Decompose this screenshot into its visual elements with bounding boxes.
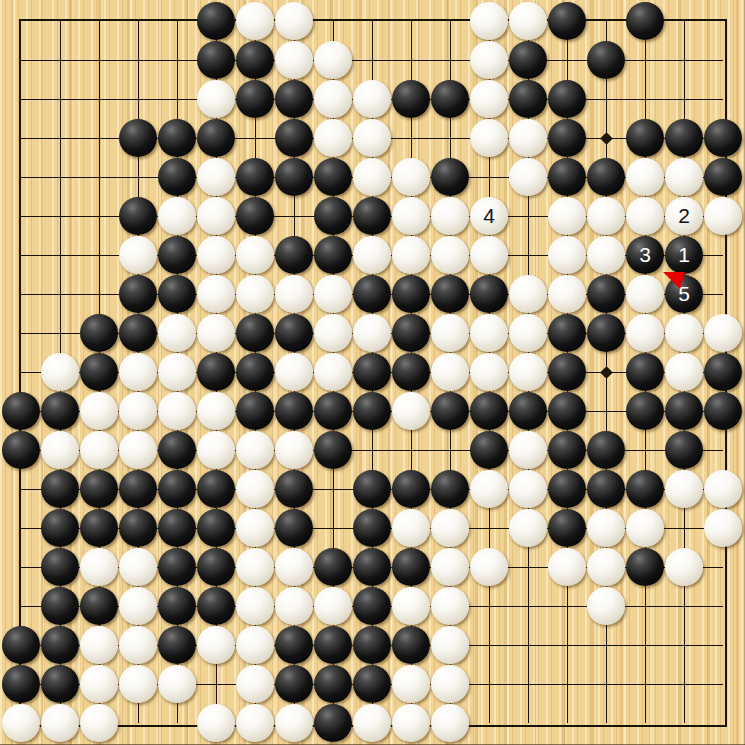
black-stone [470,431,508,469]
black-stone [626,119,664,157]
white-stone [80,392,118,430]
black-stone [431,392,469,430]
white-stone [470,2,508,40]
black-stone [197,509,235,547]
black-stone [275,470,313,508]
black-stone [548,80,586,118]
white-stone [704,509,742,547]
white-stone [119,626,157,664]
black-stone [548,470,586,508]
white-stone [236,275,274,313]
white-stone [41,704,79,742]
white-stone [275,2,313,40]
black-stone [158,470,196,508]
black-stone [314,431,352,469]
black-stone [431,275,469,313]
white-stone [275,587,313,625]
black-stone [158,119,196,157]
black-stone [236,41,274,79]
white-stone [119,431,157,469]
black-stone [548,353,586,391]
white-stone [80,626,118,664]
black-stone [80,587,118,625]
black-stone [314,626,352,664]
black-stone [41,626,79,664]
black-stone [236,314,274,352]
white-stone [392,197,430,235]
white-stone [353,80,391,118]
white-stone [665,314,703,352]
white-stone [158,665,196,703]
white-stone [41,431,79,469]
black-stone [353,509,391,547]
black-stone [158,275,196,313]
white-stone [275,275,313,313]
black-stone [119,470,157,508]
black-stone [80,314,118,352]
white-stone [548,548,586,586]
black-stone [2,665,40,703]
white-stone [548,197,586,235]
white-stone [392,236,430,274]
white-stone [704,197,742,235]
white-stone [275,41,313,79]
black-stone [353,587,391,625]
white-stone [197,704,235,742]
white-stone [119,665,157,703]
white-stone [665,548,703,586]
black-stone [197,548,235,586]
move-number-label: 5 [665,275,703,313]
white-stone [587,548,625,586]
white-stone [665,470,703,508]
black-stone [626,392,664,430]
white-stone [80,431,118,469]
move-number-label: 3 [626,236,664,274]
white-stone [119,548,157,586]
black-stone [314,197,352,235]
white-stone [509,275,547,313]
white-stone [431,704,469,742]
white-stone [431,353,469,391]
black-stone [431,80,469,118]
black-stone [353,548,391,586]
black-stone [119,314,157,352]
white-stone [314,119,352,157]
black-stone [587,470,625,508]
black-stone [353,470,391,508]
white-stone [392,158,430,196]
white-stone [353,158,391,196]
white-stone [158,314,196,352]
black-stone [431,470,469,508]
white-stone [119,587,157,625]
black-stone [353,665,391,703]
black-stone [548,2,586,40]
black-stone [158,236,196,274]
white-stone [353,314,391,352]
white-stone [236,665,274,703]
white-stone [704,314,742,352]
white-stone [314,275,352,313]
black-stone [431,158,469,196]
white-stone [119,353,157,391]
black-stone [275,80,313,118]
black-stone [314,392,352,430]
black-stone [158,509,196,547]
black-stone [665,392,703,430]
black-stone [197,470,235,508]
black-stone [275,392,313,430]
move-number-label: 4 [470,197,508,235]
black-stone [392,470,430,508]
black-stone [275,119,313,157]
black-stone [236,392,274,430]
black-stone [548,509,586,547]
white-stone [509,119,547,157]
white-stone [314,41,352,79]
black-stone [158,158,196,196]
white-stone [470,80,508,118]
white-stone [236,236,274,274]
black-stone [80,509,118,547]
black-stone [41,548,79,586]
white-stone [431,197,469,235]
black-stone [41,470,79,508]
white-stone [158,392,196,430]
white-stone [509,431,547,469]
white-stone [431,626,469,664]
white-stone [197,236,235,274]
black-stone [158,431,196,469]
black-stone [353,197,391,235]
black-stone [392,353,430,391]
white-stone [197,626,235,664]
white-stone [509,470,547,508]
black-stone [158,587,196,625]
black-stone [41,665,79,703]
white-stone [236,548,274,586]
black-stone [275,509,313,547]
black-stone [353,392,391,430]
white-stone [197,314,235,352]
white-stone [314,353,352,391]
white-stone [236,704,274,742]
black-stone [626,353,664,391]
white-stone [353,236,391,274]
black-stone [197,119,235,157]
white-stone [548,236,586,274]
white-stone [392,587,430,625]
black-stone [119,509,157,547]
white-stone [431,509,469,547]
white-stone [197,275,235,313]
white-stone [314,314,352,352]
white-stone [626,509,664,547]
black-stone [2,392,40,430]
white-stone [80,548,118,586]
white-stone [392,509,430,547]
black-stone [353,353,391,391]
white-stone [197,431,235,469]
white-stone [470,314,508,352]
white-stone [509,158,547,196]
black-stone [353,275,391,313]
white-stone [626,158,664,196]
black-stone [704,119,742,157]
white-stone [392,704,430,742]
black-stone [704,353,742,391]
black-stone [2,626,40,664]
black-stone [2,431,40,469]
white-stone [236,626,274,664]
white-stone [665,353,703,391]
black-stone [314,704,352,742]
black-stone [587,158,625,196]
white-stone [470,548,508,586]
move-number-label: 2 [665,197,703,235]
white-stone [509,314,547,352]
white-stone [158,353,196,391]
black-stone [275,626,313,664]
black-stone [548,392,586,430]
white-stone [548,275,586,313]
black-stone [392,626,430,664]
white-stone [275,431,313,469]
white-stone [587,587,625,625]
move-number-label: 1 [665,236,703,274]
black-stone [236,353,274,391]
black-stone [197,2,235,40]
white-stone [353,119,391,157]
black-stone [548,431,586,469]
white-stone [509,509,547,547]
white-stone [236,587,274,625]
white-stone [626,197,664,235]
white-stone [431,236,469,274]
white-stone [80,704,118,742]
white-stone [158,197,196,235]
white-stone [119,236,157,274]
black-stone [587,275,625,313]
black-stone [236,80,274,118]
black-stone [626,548,664,586]
black-stone [548,158,586,196]
black-stone [470,392,508,430]
white-stone [119,392,157,430]
white-stone [275,704,313,742]
white-stone [431,665,469,703]
black-stone [80,353,118,391]
white-stone [470,119,508,157]
black-stone [626,2,664,40]
black-stone [587,41,625,79]
white-stone [197,158,235,196]
white-stone [431,314,469,352]
white-stone [41,353,79,391]
black-stone [80,470,118,508]
black-stone [197,353,235,391]
white-stone [587,509,625,547]
black-stone [548,119,586,157]
black-stone [548,314,586,352]
white-stone [314,80,352,118]
white-stone [509,2,547,40]
white-stone [626,314,664,352]
white-stone [392,665,430,703]
black-stone [665,119,703,157]
white-stone [314,587,352,625]
white-stone [236,2,274,40]
white-stone [353,704,391,742]
white-stone [470,236,508,274]
white-stone [275,548,313,586]
white-stone [431,548,469,586]
black-stone [704,392,742,430]
white-stone [626,275,664,313]
white-stone [470,470,508,508]
black-stone [353,626,391,664]
white-stone [236,470,274,508]
black-stone [275,314,313,352]
black-stone [236,197,274,235]
white-stone [236,509,274,547]
white-stone [2,704,40,742]
black-stone [119,197,157,235]
black-stone [41,587,79,625]
white-stone [197,80,235,118]
black-stone [197,587,235,625]
white-stone [704,470,742,508]
white-stone [665,158,703,196]
black-stone [509,392,547,430]
white-stone [470,353,508,391]
black-stone [275,158,313,196]
black-stone [470,275,508,313]
white-stone [197,197,235,235]
white-stone [275,353,313,391]
black-stone [41,509,79,547]
black-stone [314,665,352,703]
white-stone [392,392,430,430]
black-stone [41,392,79,430]
white-stone [80,665,118,703]
black-stone [158,626,196,664]
black-stone [587,431,625,469]
black-stone [392,314,430,352]
white-stone [587,236,625,274]
black-stone [314,548,352,586]
white-stone [509,353,547,391]
black-stone [509,80,547,118]
black-stone [509,41,547,79]
white-stone [470,41,508,79]
black-stone [314,158,352,196]
go-board[interactable]: 12345 [0,0,745,745]
black-stone [392,548,430,586]
black-stone [392,275,430,313]
black-stone [665,431,703,469]
black-stone [119,119,157,157]
black-stone [587,314,625,352]
white-stone [587,197,625,235]
black-stone [275,236,313,274]
black-stone [626,470,664,508]
black-stone [392,80,430,118]
white-stone [197,392,235,430]
black-stone [236,158,274,196]
white-stone [431,587,469,625]
black-stone [158,548,196,586]
black-stone [275,665,313,703]
black-stone [119,275,157,313]
black-stone [314,236,352,274]
black-stone [704,158,742,196]
black-stone [197,41,235,79]
white-stone [236,431,274,469]
